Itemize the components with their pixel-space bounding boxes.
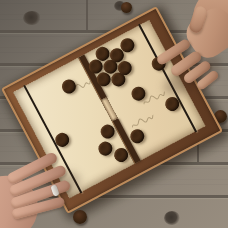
wood-knot — [164, 211, 180, 225]
scene — [0, 0, 228, 228]
plank-joint — [86, 0, 88, 30]
divider-slot — [101, 97, 118, 121]
wood-knot — [23, 11, 41, 25]
puck-L4[interactable] — [96, 139, 115, 158]
board-foot — [73, 210, 87, 224]
board-foot — [121, 2, 132, 13]
